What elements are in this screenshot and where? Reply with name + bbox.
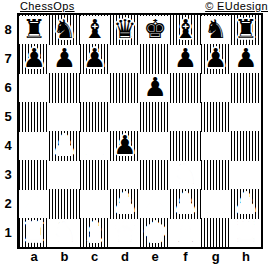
square-a4[interactable] xyxy=(19,131,49,160)
square-d8[interactable]: ♛ xyxy=(110,15,140,44)
square-a7[interactable]: ♟ xyxy=(19,44,49,73)
file-label-h: h xyxy=(231,249,261,264)
app-title-link[interactable]: ChessOps xyxy=(20,0,75,12)
square-e5[interactable] xyxy=(140,102,170,131)
square-g1[interactable] xyxy=(201,218,231,247)
square-g8[interactable]: ♞ xyxy=(201,15,231,44)
square-a3[interactable] xyxy=(19,160,49,189)
piece-black-rook[interactable]: ♜ xyxy=(234,16,257,42)
piece-white-pawn[interactable]: ♟ xyxy=(22,190,45,216)
piece-black-knight[interactable]: ♞ xyxy=(53,16,76,42)
file-label-g: g xyxy=(201,249,231,264)
square-h1[interactable]: ♜ xyxy=(231,218,261,247)
piece-white-rook[interactable]: ♜ xyxy=(234,219,257,245)
file-label-c: c xyxy=(80,249,110,264)
piece-black-pawn[interactable]: ♟ xyxy=(113,132,136,158)
square-h6[interactable] xyxy=(231,73,261,102)
square-e7[interactable] xyxy=(140,44,170,73)
piece-black-pawn[interactable]: ♟ xyxy=(234,45,257,71)
square-g5[interactable] xyxy=(201,102,231,131)
square-c7[interactable]: ♟ xyxy=(80,44,110,73)
rank-labels: 87654321 xyxy=(0,15,16,247)
square-a2[interactable]: ♟ xyxy=(19,189,49,218)
square-d4[interactable]: ♟ xyxy=(110,131,140,160)
square-d1[interactable]: ♛ xyxy=(110,218,140,247)
chess-board: ♜♞♝♛♚♝♞♜♟♟♟♟♟♟♟♟♟♟♞♟♟♟♟♟♟♜♞♝♛♚♝♜ xyxy=(17,13,263,249)
square-d6[interactable] xyxy=(110,73,140,102)
square-b4[interactable]: ♟ xyxy=(49,131,79,160)
square-c8[interactable]: ♝ xyxy=(80,15,110,44)
piece-black-pawn[interactable]: ♟ xyxy=(143,74,166,100)
rank-label-6: 6 xyxy=(0,73,16,102)
square-a8[interactable]: ♜ xyxy=(19,15,49,44)
credit-link[interactable]: © EUdesign xyxy=(205,0,268,12)
square-h8[interactable]: ♜ xyxy=(231,15,261,44)
square-c2[interactable] xyxy=(80,189,110,218)
piece-white-pawn[interactable]: ♟ xyxy=(53,132,76,158)
square-e1[interactable]: ♚ xyxy=(140,218,170,247)
square-g7[interactable]: ♟ xyxy=(201,44,231,73)
file-label-d: d xyxy=(110,249,140,264)
square-a5[interactable] xyxy=(19,102,49,131)
piece-black-pawn[interactable]: ♟ xyxy=(83,45,106,71)
square-h2[interactable]: ♟ xyxy=(231,189,261,218)
square-a6[interactable] xyxy=(19,73,49,102)
square-f5[interactable] xyxy=(170,102,200,131)
rank-label-2: 2 xyxy=(0,189,16,218)
chessops-page: ChessOps © EUdesign 87654321 ♜♞♝♛♚♝♞♜♟♟♟… xyxy=(0,0,270,270)
piece-white-pawn[interactable]: ♟ xyxy=(83,132,106,158)
square-d5[interactable] xyxy=(110,102,140,131)
piece-white-knight[interactable]: ♞ xyxy=(53,219,76,245)
piece-black-king[interactable]: ♚ xyxy=(143,16,166,42)
piece-white-rook[interactable]: ♜ xyxy=(22,219,45,245)
square-f8[interactable]: ♝ xyxy=(170,15,200,44)
piece-white-pawn[interactable]: ♟ xyxy=(174,190,197,216)
piece-white-queen[interactable]: ♛ xyxy=(113,219,136,245)
square-h3[interactable] xyxy=(231,160,261,189)
file-labels: abcdefgh xyxy=(19,249,261,264)
rank-label-1: 1 xyxy=(0,218,16,247)
square-g3[interactable] xyxy=(201,160,231,189)
square-h4[interactable] xyxy=(231,131,261,160)
rank-label-5: 5 xyxy=(0,102,16,131)
rank-label-7: 7 xyxy=(0,44,16,73)
square-f7[interactable]: ♟ xyxy=(170,44,200,73)
square-b6[interactable] xyxy=(49,73,79,102)
square-c6[interactable] xyxy=(80,73,110,102)
piece-white-pawn[interactable]: ♟ xyxy=(143,190,166,216)
square-e6[interactable]: ♟ xyxy=(140,73,170,102)
square-f2[interactable]: ♟ xyxy=(170,189,200,218)
square-b5[interactable] xyxy=(49,102,79,131)
square-c1[interactable]: ♝ xyxy=(80,218,110,247)
piece-black-pawn[interactable]: ♟ xyxy=(53,45,76,71)
rank-label-4: 4 xyxy=(0,131,16,160)
piece-white-bishop[interactable]: ♝ xyxy=(83,219,106,245)
square-f3[interactable]: ♞ xyxy=(170,160,200,189)
square-h5[interactable] xyxy=(231,102,261,131)
piece-black-rook[interactable]: ♜ xyxy=(22,16,45,42)
piece-black-pawn[interactable]: ♟ xyxy=(22,45,45,71)
square-d3[interactable] xyxy=(110,160,140,189)
square-b7[interactable]: ♟ xyxy=(49,44,79,73)
square-a1[interactable]: ♜ xyxy=(19,218,49,247)
square-f6[interactable] xyxy=(170,73,200,102)
square-b3[interactable] xyxy=(49,160,79,189)
piece-black-queen[interactable]: ♛ xyxy=(113,16,136,42)
square-c3[interactable] xyxy=(80,160,110,189)
rank-label-8: 8 xyxy=(0,15,16,44)
square-g4[interactable] xyxy=(201,131,231,160)
piece-black-bishop[interactable]: ♝ xyxy=(83,16,106,42)
square-c5[interactable] xyxy=(80,102,110,131)
piece-white-knight[interactable]: ♞ xyxy=(174,161,197,187)
file-label-b: b xyxy=(49,249,79,264)
square-g6[interactable] xyxy=(201,73,231,102)
piece-black-bishop[interactable]: ♝ xyxy=(174,16,197,42)
rank-label-3: 3 xyxy=(0,160,16,189)
piece-white-pawn[interactable]: ♟ xyxy=(204,190,227,216)
file-label-a: a xyxy=(19,249,49,264)
square-b2[interactable] xyxy=(49,189,79,218)
square-g2[interactable]: ♟ xyxy=(201,189,231,218)
square-b1[interactable]: ♞ xyxy=(49,218,79,247)
square-e3[interactable] xyxy=(140,160,170,189)
square-e4[interactable] xyxy=(140,131,170,160)
piece-black-pawn[interactable]: ♟ xyxy=(174,45,197,71)
square-e2[interactable]: ♟ xyxy=(140,189,170,218)
piece-black-knight[interactable]: ♞ xyxy=(204,16,227,42)
square-c4[interactable]: ♟ xyxy=(80,131,110,160)
square-f4[interactable] xyxy=(170,131,200,160)
piece-black-pawn[interactable]: ♟ xyxy=(204,45,227,71)
square-b8[interactable]: ♞ xyxy=(49,15,79,44)
square-f1[interactable]: ♝ xyxy=(170,218,200,247)
square-e8[interactable]: ♚ xyxy=(140,15,170,44)
piece-white-pawn[interactable]: ♟ xyxy=(113,190,136,216)
square-h7[interactable]: ♟ xyxy=(231,44,261,73)
file-label-e: e xyxy=(140,249,170,264)
piece-white-pawn[interactable]: ♟ xyxy=(234,190,257,216)
piece-white-bishop[interactable]: ♝ xyxy=(174,219,197,245)
piece-white-king[interactable]: ♚ xyxy=(143,219,166,245)
square-d7[interactable] xyxy=(110,44,140,73)
file-label-f: f xyxy=(170,249,200,264)
square-d2[interactable]: ♟ xyxy=(110,189,140,218)
